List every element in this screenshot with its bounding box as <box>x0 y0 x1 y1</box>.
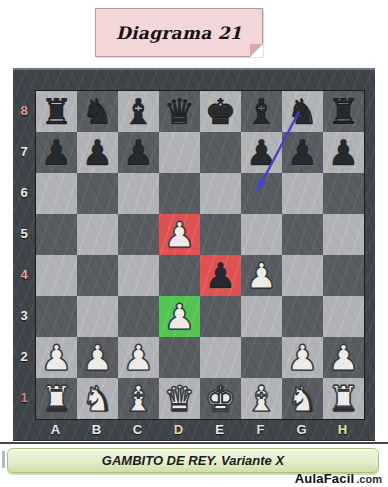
piece-black-knight-g8[interactable]: ♞ <box>282 91 323 132</box>
square-a1[interactable]: ♜ <box>36 378 77 419</box>
chess-board[interactable]: ♜♞♝♛♚♝♞♜♟♟♟♟♟♟♟♟♟♟♟♟♟♟♟♜♞♝♛♚♝♞♜ <box>35 90 365 420</box>
piece-black-pawn-f7[interactable]: ♟ <box>241 132 282 173</box>
piece-white-pawn-g2[interactable]: ♟ <box>282 337 323 378</box>
piece-black-pawn-h7[interactable]: ♟ <box>323 132 364 173</box>
piece-black-pawn-b7[interactable]: ♟ <box>77 132 118 173</box>
square-e2[interactable] <box>200 337 241 378</box>
square-a2[interactable]: ♟ <box>36 337 77 378</box>
square-h5[interactable] <box>323 214 364 255</box>
square-d4[interactable] <box>159 255 200 296</box>
piece-black-pawn-e4[interactable]: ♟ <box>200 255 241 296</box>
file-label-a: A <box>35 418 76 440</box>
file-label-h: H <box>322 418 363 440</box>
square-a6[interactable] <box>36 173 77 214</box>
square-f7[interactable]: ♟ <box>241 132 282 173</box>
page: Diagrama 21 87654321 ♜♞♝♛♚♝♞♜♟♟♟♟♟♟♟♟♟♟♟… <box>0 0 388 487</box>
square-g5[interactable] <box>282 214 323 255</box>
piece-white-pawn-b2[interactable]: ♟ <box>77 337 118 378</box>
title-banner: Diagrama 21 <box>95 8 263 57</box>
square-d8[interactable]: ♛ <box>159 91 200 132</box>
piece-white-knight-b1[interactable]: ♞ <box>77 378 118 419</box>
square-g6[interactable] <box>282 173 323 214</box>
file-label-e: E <box>199 418 240 440</box>
rank-label-4: 4 <box>13 254 35 295</box>
file-label-f: F <box>240 418 281 440</box>
square-g3[interactable] <box>282 296 323 337</box>
square-c2[interactable]: ♟ <box>118 337 159 378</box>
piece-white-bishop-c1[interactable]: ♝ <box>118 378 159 419</box>
square-g2[interactable]: ♟ <box>282 337 323 378</box>
piece-white-rook-a1[interactable]: ♜ <box>36 378 77 419</box>
square-e5[interactable] <box>200 214 241 255</box>
square-h7[interactable]: ♟ <box>323 132 364 173</box>
title-corner-fold-icon <box>250 44 263 57</box>
site-branding: AulaFacil .com <box>295 471 382 486</box>
square-h6[interactable] <box>323 173 364 214</box>
piece-black-queen-d8[interactable]: ♛ <box>159 91 200 132</box>
piece-black-bishop-f8[interactable]: ♝ <box>241 91 282 132</box>
square-g8[interactable]: ♞ <box>282 91 323 132</box>
square-e3[interactable] <box>200 296 241 337</box>
square-e6[interactable] <box>200 173 241 214</box>
branding-name: AulaFacil <box>295 471 355 486</box>
square-f4[interactable]: ♟ <box>241 255 282 296</box>
square-c4[interactable] <box>118 255 159 296</box>
square-c8[interactable]: ♝ <box>118 91 159 132</box>
piece-white-pawn-d5[interactable]: ♟ <box>159 214 200 255</box>
file-label-d: D <box>158 418 199 440</box>
square-d3[interactable]: ♟ <box>159 296 200 337</box>
square-h4[interactable] <box>323 255 364 296</box>
piece-black-rook-a8[interactable]: ♜ <box>36 91 77 132</box>
file-label-g: G <box>281 418 322 440</box>
rank-label-7: 7 <box>13 131 35 172</box>
piece-white-pawn-c2[interactable]: ♟ <box>118 337 159 378</box>
rank-label-5: 5 <box>13 213 35 254</box>
square-b7[interactable]: ♟ <box>77 132 118 173</box>
piece-black-king-e8[interactable]: ♚ <box>200 91 241 132</box>
square-e8[interactable]: ♚ <box>200 91 241 132</box>
caption-banner: GAMBITO DE REY. Variante X <box>7 448 379 473</box>
square-e7[interactable] <box>200 132 241 173</box>
square-f8[interactable]: ♝ <box>241 91 282 132</box>
divider-line <box>0 442 388 444</box>
square-a5[interactable] <box>36 214 77 255</box>
square-b4[interactable] <box>77 255 118 296</box>
square-h3[interactable] <box>323 296 364 337</box>
piece-white-pawn-d3[interactable]: ♟ <box>159 296 200 337</box>
square-b1[interactable]: ♞ <box>77 378 118 419</box>
piece-white-pawn-h2[interactable]: ♟ <box>323 337 364 378</box>
rank-label-8: 8 <box>13 90 35 131</box>
square-e1[interactable]: ♚ <box>200 378 241 419</box>
square-h2[interactable]: ♟ <box>323 337 364 378</box>
title-text: Diagrama 21 <box>116 23 242 43</box>
square-g7[interactable]: ♟ <box>282 132 323 173</box>
piece-white-pawn-a2[interactable]: ♟ <box>36 337 77 378</box>
square-d6[interactable] <box>159 173 200 214</box>
file-label-c: C <box>117 418 158 440</box>
square-b2[interactable]: ♟ <box>77 337 118 378</box>
rank-label-1: 1 <box>13 377 35 418</box>
piece-white-knight-g1[interactable]: ♞ <box>282 378 323 419</box>
piece-black-knight-b8[interactable]: ♞ <box>77 91 118 132</box>
rank-labels: 87654321 <box>13 90 35 418</box>
file-labels: ABCDEFGH <box>35 418 363 440</box>
square-f2[interactable] <box>241 337 282 378</box>
square-c1[interactable]: ♝ <box>118 378 159 419</box>
piece-black-pawn-g7[interactable]: ♟ <box>282 132 323 173</box>
square-d1[interactable]: ♛ <box>159 378 200 419</box>
chess-board-frame: 87654321 ♜♞♝♛♚♝♞♜♟♟♟♟♟♟♟♟♟♟♟♟♟♟♟♜♞♝♛♚♝♞♜… <box>13 68 375 440</box>
text-cursor-artifact <box>2 451 5 468</box>
square-c5[interactable] <box>118 214 159 255</box>
square-e4[interactable]: ♟ <box>200 255 241 296</box>
piece-white-queen-d1[interactable]: ♛ <box>159 378 200 419</box>
square-c6[interactable] <box>118 173 159 214</box>
piece-black-bishop-c8[interactable]: ♝ <box>118 91 159 132</box>
rank-label-6: 6 <box>13 172 35 213</box>
piece-black-rook-h8[interactable]: ♜ <box>323 91 364 132</box>
square-b3[interactable] <box>77 296 118 337</box>
piece-black-pawn-c7[interactable]: ♟ <box>118 132 159 173</box>
piece-white-king-e1[interactable]: ♚ <box>200 378 241 419</box>
branding-suffix: .com <box>356 473 382 485</box>
square-f5[interactable] <box>241 214 282 255</box>
file-label-b: B <box>76 418 117 440</box>
square-a7[interactable]: ♟ <box>36 132 77 173</box>
piece-white-pawn-f4[interactable]: ♟ <box>241 255 282 296</box>
square-h1[interactable]: ♜ <box>323 378 364 419</box>
square-b5[interactable] <box>77 214 118 255</box>
square-h8[interactable]: ♜ <box>323 91 364 132</box>
square-c3[interactable] <box>118 296 159 337</box>
square-b8[interactable]: ♞ <box>77 91 118 132</box>
square-d5[interactable]: ♟ <box>159 214 200 255</box>
square-f6[interactable] <box>241 173 282 214</box>
square-a4[interactable] <box>36 255 77 296</box>
square-a3[interactable] <box>36 296 77 337</box>
rank-label-2: 2 <box>13 336 35 377</box>
rank-label-3: 3 <box>13 295 35 336</box>
square-d2[interactable] <box>159 337 200 378</box>
square-b6[interactable] <box>77 173 118 214</box>
piece-black-pawn-a7[interactable]: ♟ <box>36 132 77 173</box>
square-f1[interactable]: ♝ <box>241 378 282 419</box>
square-g4[interactable] <box>282 255 323 296</box>
square-g1[interactable]: ♞ <box>282 378 323 419</box>
square-f3[interactable] <box>241 296 282 337</box>
piece-white-rook-h1[interactable]: ♜ <box>323 378 364 419</box>
square-c7[interactable]: ♟ <box>118 132 159 173</box>
square-a8[interactable]: ♜ <box>36 91 77 132</box>
caption-text: GAMBITO DE REY. Variante X <box>102 453 284 468</box>
square-d7[interactable] <box>159 132 200 173</box>
piece-white-bishop-f1[interactable]: ♝ <box>241 378 282 419</box>
